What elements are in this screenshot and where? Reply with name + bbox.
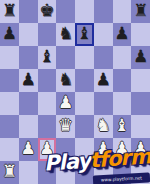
- square-c1[interactable]: [38, 161, 57, 184]
- piece-black-pawn-a7[interactable]: ♟: [2, 25, 17, 42]
- square-g8[interactable]: [113, 0, 132, 23]
- piece-white-pawn-d4[interactable]: ♟: [58, 94, 73, 111]
- piece-white-pawn-g2[interactable]: ♟: [114, 140, 129, 157]
- square-e1[interactable]: [75, 161, 94, 184]
- square-b5[interactable]: ♟: [19, 69, 38, 92]
- square-h6[interactable]: ♟: [131, 46, 150, 69]
- square-g4[interactable]: [113, 92, 132, 115]
- square-f8[interactable]: [94, 0, 113, 23]
- square-f4[interactable]: [94, 92, 113, 115]
- square-h2[interactable]: ♟: [131, 138, 150, 161]
- square-a2[interactable]: [0, 138, 19, 161]
- square-a6[interactable]: [0, 46, 19, 69]
- piece-white-pawn-f2[interactable]: ♟: [96, 140, 111, 157]
- watermark-url-bar: www.playtform.net: [93, 173, 150, 184]
- square-d4[interactable]: ♟: [56, 92, 75, 115]
- piece-white-bishop-g3[interactable]: ♝: [114, 117, 129, 134]
- square-e5[interactable]: [75, 69, 94, 92]
- square-e8[interactable]: [75, 0, 94, 23]
- square-a8[interactable]: ♜: [0, 0, 19, 23]
- piece-black-pawn-h6[interactable]: ♟: [133, 48, 148, 65]
- square-d8[interactable]: [56, 0, 75, 23]
- square-g6[interactable]: [113, 46, 132, 69]
- square-e6[interactable]: [75, 46, 94, 69]
- square-c8[interactable]: ♚: [38, 0, 57, 23]
- square-e2[interactable]: [75, 138, 94, 161]
- piece-black-rook-h8[interactable]: ♜: [133, 2, 148, 19]
- square-a5[interactable]: [0, 69, 19, 92]
- piece-white-pawn-b2[interactable]: ♟: [21, 140, 36, 157]
- square-b2[interactable]: ♟: [19, 138, 38, 161]
- square-a3[interactable]: [0, 115, 19, 138]
- watermark-url: www.playtform.net: [101, 176, 142, 182]
- square-b3[interactable]: [19, 115, 38, 138]
- piece-white-rook-a1[interactable]: ♜: [2, 163, 17, 180]
- square-d1[interactable]: [56, 161, 75, 184]
- square-h5[interactable]: [131, 69, 150, 92]
- square-d7[interactable]: ♞: [56, 23, 75, 46]
- square-c5[interactable]: [38, 69, 57, 92]
- square-h7[interactable]: [131, 23, 150, 46]
- square-e4[interactable]: [75, 92, 94, 115]
- piece-white-queen-d3[interactable]: ♛: [58, 117, 73, 134]
- square-c2[interactable]: ♟: [38, 138, 57, 161]
- square-f5[interactable]: ♟: [94, 69, 113, 92]
- square-a1[interactable]: ♜: [0, 161, 19, 184]
- square-e7[interactable]: ♝: [75, 23, 94, 46]
- square-d2[interactable]: [56, 138, 75, 161]
- square-g7[interactable]: ♟: [113, 23, 132, 46]
- piece-black-pawn-f5[interactable]: ♟: [96, 71, 111, 88]
- square-b8[interactable]: [19, 0, 38, 23]
- square-b6[interactable]: [19, 46, 38, 69]
- square-a7[interactable]: ♟: [0, 23, 19, 46]
- square-f2[interactable]: ♟: [94, 138, 113, 161]
- square-f3[interactable]: ♞: [94, 115, 113, 138]
- piece-black-pawn-b5[interactable]: ♟: [21, 71, 36, 88]
- piece-white-pawn-h2[interactable]: ♟: [133, 140, 148, 157]
- square-b4[interactable]: [19, 92, 38, 115]
- square-c4[interactable]: [38, 92, 57, 115]
- square-d3[interactable]: ♛: [56, 115, 75, 138]
- chess-board: ♜♚♜♟♞♝♟♝♟♟♞♟♟♛♞♝♟♟♟♟♟♜: [0, 0, 150, 184]
- square-f7[interactable]: [94, 23, 113, 46]
- piece-white-knight-f3[interactable]: ♞: [96, 117, 111, 134]
- piece-black-bishop-c6[interactable]: ♝: [39, 48, 54, 65]
- square-f6[interactable]: [94, 46, 113, 69]
- piece-black-king-c8[interactable]: ♚: [39, 2, 54, 19]
- square-d5[interactable]: ♞: [56, 69, 75, 92]
- square-h4[interactable]: [131, 92, 150, 115]
- piece-black-bishop-e7[interactable]: ♝: [77, 25, 92, 42]
- square-b1[interactable]: [19, 161, 38, 184]
- piece-black-knight-d7[interactable]: ♞: [58, 25, 73, 42]
- square-g3[interactable]: ♝: [113, 115, 132, 138]
- square-h8[interactable]: ♜: [131, 0, 150, 23]
- square-a4[interactable]: [0, 92, 19, 115]
- piece-white-pawn-c2[interactable]: ♟: [39, 140, 54, 157]
- piece-black-rook-a8[interactable]: ♜: [2, 2, 17, 19]
- square-c7[interactable]: [38, 23, 57, 46]
- piece-black-pawn-g7[interactable]: ♟: [114, 25, 129, 42]
- square-g5[interactable]: [113, 69, 132, 92]
- square-d6[interactable]: [56, 46, 75, 69]
- square-b7[interactable]: [19, 23, 38, 46]
- square-c6[interactable]: ♝: [38, 46, 57, 69]
- piece-black-knight-d5[interactable]: ♞: [58, 71, 73, 88]
- square-c3[interactable]: [38, 115, 57, 138]
- square-e3[interactable]: [75, 115, 94, 138]
- square-g2[interactable]: ♟: [113, 138, 132, 161]
- square-h3[interactable]: [131, 115, 150, 138]
